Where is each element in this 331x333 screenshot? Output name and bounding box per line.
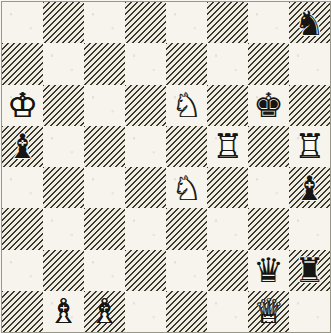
square-d2[interactable] xyxy=(125,250,166,291)
square-c1[interactable]: ♝♗ xyxy=(84,291,125,332)
square-a3[interactable] xyxy=(2,208,43,249)
square-b5[interactable] xyxy=(43,126,84,167)
black-queen: ♛ xyxy=(251,251,287,289)
square-a8[interactable] xyxy=(2,2,43,43)
square-c2[interactable] xyxy=(84,250,125,291)
square-e3[interactable] xyxy=(166,208,207,249)
white-knight: ♞♘ xyxy=(169,86,205,124)
square-g7[interactable] xyxy=(248,43,289,84)
square-g5[interactable] xyxy=(248,126,289,167)
square-a5[interactable]: ♝ xyxy=(2,126,43,167)
square-c5[interactable] xyxy=(84,126,125,167)
square-h4[interactable]: ♝ xyxy=(289,167,330,208)
square-h6[interactable] xyxy=(289,85,330,126)
square-e6[interactable]: ♞♘ xyxy=(166,85,207,126)
black-bishop: ♝ xyxy=(292,169,328,207)
square-b3[interactable] xyxy=(43,208,84,249)
square-e2[interactable] xyxy=(166,250,207,291)
square-e8[interactable] xyxy=(166,2,207,43)
square-f6[interactable] xyxy=(207,85,248,126)
black-knight: ♞ xyxy=(292,4,328,42)
square-g6[interactable]: ♚ xyxy=(248,85,289,126)
square-h5[interactable]: ♜♖ xyxy=(289,126,330,167)
square-c4[interactable] xyxy=(84,167,125,208)
square-c7[interactable] xyxy=(84,43,125,84)
square-f4[interactable] xyxy=(207,167,248,208)
square-d1[interactable] xyxy=(125,291,166,332)
square-f8[interactable] xyxy=(207,2,248,43)
square-g3[interactable] xyxy=(248,208,289,249)
square-a1[interactable] xyxy=(2,291,43,332)
square-e5[interactable] xyxy=(166,126,207,167)
square-d6[interactable] xyxy=(125,85,166,126)
square-c8[interactable] xyxy=(84,2,125,43)
square-b1[interactable]: ♝♗ xyxy=(43,291,84,332)
square-h3[interactable] xyxy=(289,208,330,249)
square-e4[interactable]: ♞♘ xyxy=(166,167,207,208)
chess-board: ♞♚♔♞♘♚♝♜♖♜♖♞♘♝♛♜♝♗♝♗♛♕ xyxy=(1,1,331,333)
square-f1[interactable] xyxy=(207,291,248,332)
chess-problem-diagram: ♞♚♔♞♘♚♝♜♖♜♖♞♘♝♛♜♝♗♝♗♛♕ xyxy=(0,0,331,333)
square-f7[interactable] xyxy=(207,43,248,84)
square-f2[interactable] xyxy=(207,250,248,291)
square-g4[interactable] xyxy=(248,167,289,208)
square-h1[interactable] xyxy=(289,291,330,332)
square-c6[interactable] xyxy=(84,85,125,126)
white-king: ♚♔ xyxy=(5,86,41,124)
square-b8[interactable] xyxy=(43,2,84,43)
square-b7[interactable] xyxy=(43,43,84,84)
square-f3[interactable] xyxy=(207,208,248,249)
square-f5[interactable]: ♜♖ xyxy=(207,126,248,167)
square-b6[interactable] xyxy=(43,85,84,126)
black-rook: ♜ xyxy=(292,251,328,289)
white-knight: ♞♘ xyxy=(169,169,205,207)
square-h7[interactable] xyxy=(289,43,330,84)
square-d8[interactable] xyxy=(125,2,166,43)
square-a4[interactable] xyxy=(2,167,43,208)
square-h2[interactable]: ♜ xyxy=(289,250,330,291)
black-bishop: ♝ xyxy=(5,127,41,165)
square-d4[interactable] xyxy=(125,167,166,208)
square-e1[interactable] xyxy=(166,291,207,332)
square-h8[interactable]: ♞ xyxy=(289,2,330,43)
square-a2[interactable] xyxy=(2,250,43,291)
square-d3[interactable] xyxy=(125,208,166,249)
square-g8[interactable] xyxy=(248,2,289,43)
square-g1[interactable]: ♛♕ xyxy=(248,291,289,332)
square-b4[interactable] xyxy=(43,167,84,208)
white-queen: ♛♕ xyxy=(251,292,287,330)
white-bishop: ♝♗ xyxy=(87,292,123,330)
square-e7[interactable] xyxy=(166,43,207,84)
black-king: ♚ xyxy=(251,86,287,124)
square-a7[interactable] xyxy=(2,43,43,84)
square-c3[interactable] xyxy=(84,208,125,249)
square-d5[interactable] xyxy=(125,126,166,167)
square-g2[interactable]: ♛ xyxy=(248,250,289,291)
square-d7[interactable] xyxy=(125,43,166,84)
white-rook: ♜♖ xyxy=(292,127,328,165)
square-b2[interactable] xyxy=(43,250,84,291)
square-a6[interactable]: ♚♔ xyxy=(2,85,43,126)
white-rook: ♜♖ xyxy=(210,127,246,165)
white-bishop: ♝♗ xyxy=(46,292,82,330)
